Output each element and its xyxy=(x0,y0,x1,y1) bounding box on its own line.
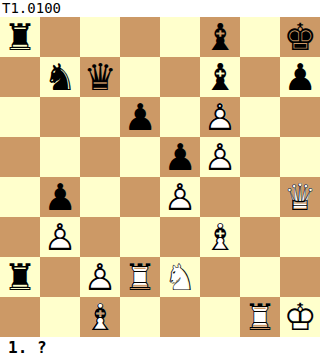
chess-board: ♜♝♚♞♛♝♟♟♟♙♟♟♙♟♟♙♛♕♟♙♝♗♜♟♙♜♖♞♘♝♗♜♖♚♔ xyxy=(0,17,320,337)
piece-glyph: ♟ xyxy=(40,177,80,217)
piece-glyph: ♛ xyxy=(80,57,120,97)
square-c7[interactable]: ♛ xyxy=(80,57,120,97)
square-h8[interactable]: ♚ xyxy=(280,17,320,57)
square-f8[interactable]: ♝ xyxy=(200,17,240,57)
piece-black-pawn[interactable]: ♟ xyxy=(120,97,160,137)
square-e7[interactable] xyxy=(160,57,200,97)
piece-glyph: ♟ xyxy=(160,137,200,177)
square-d6[interactable]: ♟ xyxy=(120,97,160,137)
piece-black-bishop[interactable]: ♝ xyxy=(200,17,240,57)
square-e2[interactable]: ♞♘ xyxy=(160,257,200,297)
square-b5[interactable] xyxy=(40,137,80,177)
piece-outline-glyph: ♘ xyxy=(160,257,200,297)
square-g3[interactable] xyxy=(240,217,280,257)
piece-white-rook[interactable]: ♜♖ xyxy=(120,257,160,297)
square-h6[interactable] xyxy=(280,97,320,137)
square-b6[interactable] xyxy=(40,97,80,137)
piece-outline-glyph: ♙ xyxy=(200,137,240,177)
square-a8[interactable]: ♜ xyxy=(0,17,40,57)
piece-outline-glyph: ♔ xyxy=(280,297,320,337)
square-h1[interactable]: ♚♔ xyxy=(280,297,320,337)
piece-black-pawn[interactable]: ♟ xyxy=(280,57,320,97)
square-c6[interactable] xyxy=(80,97,120,137)
square-e3[interactable] xyxy=(160,217,200,257)
square-a7[interactable] xyxy=(0,57,40,97)
piece-black-king[interactable]: ♚ xyxy=(280,17,320,57)
piece-white-bishop[interactable]: ♝♗ xyxy=(80,297,120,337)
square-f5[interactable]: ♟♙ xyxy=(200,137,240,177)
square-f2[interactable] xyxy=(200,257,240,297)
piece-black-pawn[interactable]: ♟ xyxy=(40,177,80,217)
square-g5[interactable] xyxy=(240,137,280,177)
move-prompt: 1. ? xyxy=(0,337,320,360)
piece-white-pawn[interactable]: ♟♙ xyxy=(160,177,200,217)
piece-glyph: ♜ xyxy=(0,17,40,57)
square-e5[interactable]: ♟ xyxy=(160,137,200,177)
square-d2[interactable]: ♜♖ xyxy=(120,257,160,297)
square-b7[interactable]: ♞ xyxy=(40,57,80,97)
square-a5[interactable] xyxy=(0,137,40,177)
square-h5[interactable] xyxy=(280,137,320,177)
piece-outline-glyph: ♖ xyxy=(240,297,280,337)
square-d3[interactable] xyxy=(120,217,160,257)
square-h4[interactable]: ♛♕ xyxy=(280,177,320,217)
square-f6[interactable]: ♟♙ xyxy=(200,97,240,137)
square-g1[interactable]: ♜♖ xyxy=(240,297,280,337)
piece-white-bishop[interactable]: ♝♗ xyxy=(200,217,240,257)
square-g8[interactable] xyxy=(240,17,280,57)
piece-glyph: ♝ xyxy=(200,17,240,57)
square-b4[interactable]: ♟ xyxy=(40,177,80,217)
square-d4[interactable] xyxy=(120,177,160,217)
square-c5[interactable] xyxy=(80,137,120,177)
piece-black-pawn[interactable]: ♟ xyxy=(160,137,200,177)
piece-black-queen[interactable]: ♛ xyxy=(80,57,120,97)
square-g7[interactable] xyxy=(240,57,280,97)
piece-white-pawn[interactable]: ♟♙ xyxy=(80,257,120,297)
square-e4[interactable]: ♟♙ xyxy=(160,177,200,217)
piece-black-knight[interactable]: ♞ xyxy=(40,57,80,97)
square-a2[interactable]: ♜ xyxy=(0,257,40,297)
piece-glyph: ♟ xyxy=(280,57,320,97)
piece-white-pawn[interactable]: ♟♙ xyxy=(40,217,80,257)
square-d7[interactable] xyxy=(120,57,160,97)
square-b2[interactable] xyxy=(40,257,80,297)
piece-white-pawn[interactable]: ♟♙ xyxy=(200,97,240,137)
square-g2[interactable] xyxy=(240,257,280,297)
piece-outline-glyph: ♙ xyxy=(160,177,200,217)
piece-white-queen[interactable]: ♛♕ xyxy=(280,177,320,217)
square-b3[interactable]: ♟♙ xyxy=(40,217,80,257)
square-h3[interactable] xyxy=(280,217,320,257)
square-f7[interactable]: ♝ xyxy=(200,57,240,97)
square-b8[interactable] xyxy=(40,17,80,57)
piece-outline-glyph: ♗ xyxy=(80,297,120,337)
square-f1[interactable] xyxy=(200,297,240,337)
piece-outline-glyph: ♙ xyxy=(40,217,80,257)
square-f3[interactable]: ♝♗ xyxy=(200,217,240,257)
square-h7[interactable]: ♟ xyxy=(280,57,320,97)
square-c8[interactable] xyxy=(80,17,120,57)
piece-glyph: ♟ xyxy=(120,97,160,137)
piece-black-rook[interactable]: ♜ xyxy=(0,257,40,297)
piece-glyph: ♞ xyxy=(40,57,80,97)
square-c1[interactable]: ♝♗ xyxy=(80,297,120,337)
square-e1[interactable] xyxy=(160,297,200,337)
square-g6[interactable] xyxy=(240,97,280,137)
square-g4[interactable] xyxy=(240,177,280,217)
square-c2[interactable]: ♟♙ xyxy=(80,257,120,297)
piece-white-knight[interactable]: ♞♘ xyxy=(160,257,200,297)
square-d8[interactable] xyxy=(120,17,160,57)
square-d1[interactable] xyxy=(120,297,160,337)
square-a3[interactable] xyxy=(0,217,40,257)
square-c3[interactable] xyxy=(80,217,120,257)
square-d5[interactable] xyxy=(120,137,160,177)
piece-outline-glyph: ♙ xyxy=(80,257,120,297)
square-a1[interactable] xyxy=(0,297,40,337)
square-c4[interactable] xyxy=(80,177,120,217)
piece-glyph: ♚ xyxy=(280,17,320,57)
square-h2[interactable] xyxy=(280,257,320,297)
piece-outline-glyph: ♙ xyxy=(200,97,240,137)
piece-black-bishop[interactable]: ♝ xyxy=(200,57,240,97)
piece-white-king[interactable]: ♚♔ xyxy=(280,297,320,337)
piece-black-rook[interactable]: ♜ xyxy=(0,17,40,57)
piece-white-rook[interactable]: ♜♖ xyxy=(240,297,280,337)
square-e6[interactable] xyxy=(160,97,200,137)
piece-outline-glyph: ♕ xyxy=(280,177,320,217)
piece-outline-glyph: ♗ xyxy=(200,217,240,257)
square-f4[interactable] xyxy=(200,177,240,217)
square-a6[interactable] xyxy=(0,97,40,137)
piece-glyph: ♝ xyxy=(200,57,240,97)
piece-glyph: ♜ xyxy=(0,257,40,297)
square-e8[interactable] xyxy=(160,17,200,57)
square-a4[interactable] xyxy=(0,177,40,217)
piece-white-pawn[interactable]: ♟♙ xyxy=(200,137,240,177)
puzzle-title: T1.0100 xyxy=(0,0,320,17)
square-b1[interactable] xyxy=(40,297,80,337)
piece-outline-glyph: ♖ xyxy=(120,257,160,297)
